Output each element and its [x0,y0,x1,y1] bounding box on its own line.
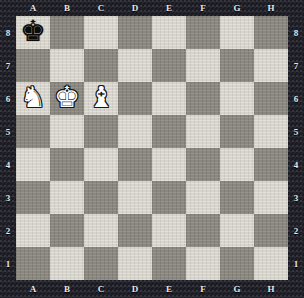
rank-label-right-6: 6 [294,94,299,104]
rank-labels-left: 87654321 [0,16,16,280]
rank-label-right-4: 4 [294,160,299,170]
file-label-bottom-g: G [233,284,240,294]
square-a3[interactable] [16,181,50,214]
file-label-top-b: B [64,3,70,13]
square-d5[interactable] [118,115,152,148]
square-g3[interactable] [220,181,254,214]
piece-white-knight[interactable]: ♞ [20,83,46,112]
square-h8[interactable] [254,16,288,49]
square-h6[interactable] [254,82,288,115]
square-b6[interactable]: ♚ [50,82,84,115]
square-g6[interactable] [220,82,254,115]
square-h3[interactable] [254,181,288,214]
square-d4[interactable] [118,148,152,181]
square-b8[interactable] [50,16,84,49]
rank-label-left-5: 5 [6,127,11,137]
square-e2[interactable] [152,214,186,247]
square-h2[interactable] [254,214,288,247]
square-h1[interactable] [254,247,288,280]
file-label-bottom-d: D [132,284,139,294]
piece-white-bishop[interactable]: ♝ [88,83,114,112]
rank-label-right-3: 3 [294,193,299,203]
square-c6[interactable]: ♝ [84,82,118,115]
square-a5[interactable] [16,115,50,148]
file-label-bottom-f: F [200,284,206,294]
square-a6[interactable]: ♞ [16,82,50,115]
square-e8[interactable] [152,16,186,49]
rank-label-right-7: 7 [294,61,299,71]
square-c7[interactable] [84,49,118,82]
file-label-bottom-b: B [64,284,70,294]
square-d6[interactable] [118,82,152,115]
rank-label-left-3: 3 [6,193,11,203]
square-d7[interactable] [118,49,152,82]
file-label-bottom-h: H [267,284,274,294]
file-label-bottom-c: C [98,284,105,294]
square-a7[interactable] [16,49,50,82]
square-h5[interactable] [254,115,288,148]
rank-label-left-7: 7 [6,61,11,71]
piece-white-king[interactable]: ♚ [54,83,80,112]
rank-label-left-8: 8 [6,28,11,38]
square-g7[interactable] [220,49,254,82]
square-a2[interactable] [16,214,50,247]
square-e4[interactable] [152,148,186,181]
square-f1[interactable] [186,247,220,280]
square-h7[interactable] [254,49,288,82]
square-c3[interactable] [84,181,118,214]
square-c2[interactable] [84,214,118,247]
file-labels-bottom: ABCDEFGH [16,280,288,298]
square-f3[interactable] [186,181,220,214]
square-f8[interactable] [186,16,220,49]
square-f5[interactable] [186,115,220,148]
square-e1[interactable] [152,247,186,280]
square-b3[interactable] [50,181,84,214]
file-label-top-a: A [30,3,37,13]
square-a1[interactable] [16,247,50,280]
rank-label-right-2: 2 [294,226,299,236]
square-a8[interactable]: ♚ [16,16,50,49]
square-e6[interactable] [152,82,186,115]
square-d1[interactable] [118,247,152,280]
rank-label-left-1: 1 [6,259,11,269]
square-b4[interactable] [50,148,84,181]
square-g4[interactable] [220,148,254,181]
file-label-top-c: C [98,3,105,13]
square-a4[interactable] [16,148,50,181]
file-label-bottom-e: E [166,284,172,294]
rank-label-left-2: 2 [6,226,11,236]
file-label-top-d: D [132,3,139,13]
board: ♚♞♚♝ [16,16,288,280]
rank-labels-right: 87654321 [288,16,304,280]
square-g1[interactable] [220,247,254,280]
square-f2[interactable] [186,214,220,247]
file-label-top-g: G [233,3,240,13]
square-d3[interactable] [118,181,152,214]
chess-board-window: ABCDEFGH ABCDEFGH 87654321 87654321 ♚♞♚♝ [0,0,304,298]
rank-label-right-5: 5 [294,127,299,137]
square-c1[interactable] [84,247,118,280]
square-d2[interactable] [118,214,152,247]
square-g8[interactable] [220,16,254,49]
square-b2[interactable] [50,214,84,247]
square-e3[interactable] [152,181,186,214]
square-h4[interactable] [254,148,288,181]
file-label-bottom-a: A [30,284,37,294]
file-label-top-f: F [200,3,206,13]
square-b7[interactable] [50,49,84,82]
square-f4[interactable] [186,148,220,181]
rank-label-left-4: 4 [6,160,11,170]
square-d8[interactable] [118,16,152,49]
file-label-top-e: E [166,3,172,13]
rank-label-right-8: 8 [294,28,299,38]
square-c4[interactable] [84,148,118,181]
square-b1[interactable] [50,247,84,280]
square-c8[interactable] [84,16,118,49]
square-f7[interactable] [186,49,220,82]
square-f6[interactable] [186,82,220,115]
square-g2[interactable] [220,214,254,247]
square-g5[interactable] [220,115,254,148]
square-e7[interactable] [152,49,186,82]
piece-black-king[interactable]: ♚ [20,17,46,46]
square-c5[interactable] [84,115,118,148]
square-b5[interactable] [50,115,84,148]
rank-label-right-1: 1 [294,259,299,269]
square-e5[interactable] [152,115,186,148]
rank-label-left-6: 6 [6,94,11,104]
file-label-top-h: H [267,3,274,13]
file-labels-top: ABCDEFGH [16,0,288,16]
